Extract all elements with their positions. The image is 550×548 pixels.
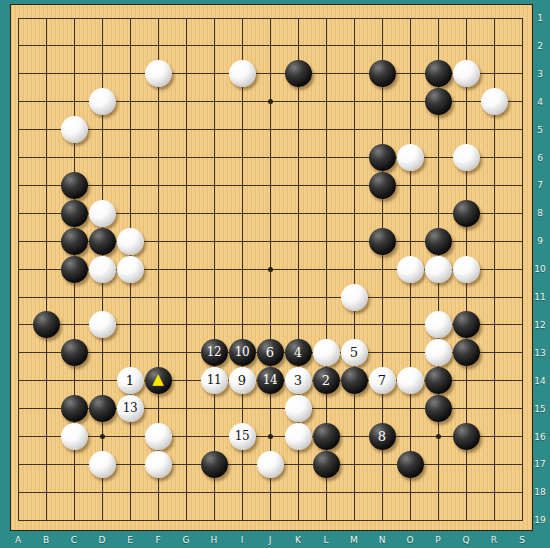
stone-white-P12 [425,311,452,338]
stone-white-O14 [397,367,424,394]
col-label-R: R [491,535,497,545]
stone-black-D15 [89,395,116,422]
move-number: 8 [378,423,386,450]
move-number: 10 [235,339,249,366]
stone-white-J17 [257,451,284,478]
stone-black-K3 [285,60,312,87]
stone-white-M11 [341,284,368,311]
stone-black-Q8 [453,200,480,227]
row-label-9: 9 [537,236,543,246]
row-label-3: 3 [537,69,543,79]
col-label-S: S [519,535,525,545]
col-label-C: C [71,535,77,545]
move-number: 1 [126,367,134,394]
stone-white-K14: 3 [285,367,312,394]
stone-black-M14 [341,367,368,394]
col-label-E: E [127,535,133,545]
hoshi-point [268,267,273,272]
stone-white-E10 [117,256,144,283]
row-label-17: 17 [534,459,545,469]
stone-black-J14: 14 [257,367,284,394]
stone-white-C5 [61,116,88,143]
col-label-O: O [406,535,413,545]
stone-white-L13 [313,339,340,366]
stone-black-P3 [425,60,452,87]
stone-white-K15 [285,395,312,422]
row-label-2: 2 [537,41,543,51]
move-number: 9 [238,367,246,394]
col-label-A: A [15,535,21,545]
move-number: 13 [123,395,137,422]
stone-white-M13: 5 [341,339,368,366]
stone-white-H14: 11 [201,367,228,394]
stone-black-K13: 4 [285,339,312,366]
row-label-13: 13 [534,348,545,358]
stone-white-D4 [89,88,116,115]
row-label-19: 19 [534,515,545,525]
stone-white-I16: 15 [229,423,256,450]
row-label-6: 6 [537,153,543,163]
stone-black-C8 [61,200,88,227]
row-label-12: 12 [534,320,545,330]
col-label-G: G [183,535,190,545]
move-number: 11 [207,367,221,394]
stone-white-P10 [425,256,452,283]
stone-white-F17 [145,451,172,478]
grid-line-horizontal [18,520,523,521]
triangle-marker-icon: ▲ [152,366,164,393]
stone-black-L14: 2 [313,367,340,394]
row-label-16: 16 [534,432,545,442]
stone-black-P15 [425,395,452,422]
stone-black-P9 [425,228,452,255]
stone-white-D12 [89,311,116,338]
stone-white-Q6 [453,144,480,171]
row-label-14: 14 [534,376,545,386]
col-label-D: D [99,535,106,545]
stone-black-N9 [369,228,396,255]
col-label-L: L [323,535,328,545]
row-label-10: 10 [534,264,545,274]
move-number: 5 [350,339,358,366]
stone-white-D8 [89,200,116,227]
stone-white-E9 [117,228,144,255]
stone-black-L16 [313,423,340,450]
move-number: 15 [235,423,249,450]
stone-white-O6 [397,144,424,171]
row-label-1: 1 [537,13,543,23]
col-label-K: K [295,535,301,545]
row-label-7: 7 [537,180,543,190]
col-label-H: H [211,535,218,545]
stone-black-P14 [425,367,452,394]
stone-black-J13: 6 [257,339,284,366]
stone-black-C10 [61,256,88,283]
grid-line-horizontal [18,297,523,298]
move-number: 7 [378,367,386,394]
stone-black-C15 [61,395,88,422]
stone-black-N3 [369,60,396,87]
row-label-5: 5 [537,125,543,135]
stone-white-P13 [425,339,452,366]
grid-line-horizontal [18,492,523,493]
stone-white-R4 [481,88,508,115]
move-number: 4 [294,339,302,366]
hoshi-point [268,99,273,104]
col-label-I: I [241,535,244,545]
col-label-Q: Q [462,535,469,545]
stone-white-Q10 [453,256,480,283]
stone-black-N16: 8 [369,423,396,450]
row-label-11: 11 [534,292,545,302]
stone-white-I14: 9 [229,367,256,394]
stone-white-D10 [89,256,116,283]
stone-white-D17 [89,451,116,478]
stone-black-I13: 10 [229,339,256,366]
stone-black-Q16 [453,423,480,450]
stone-black-N7 [369,172,396,199]
stone-black-Q13 [453,339,480,366]
stone-white-C16 [61,423,88,450]
stone-black-C9 [61,228,88,255]
row-label-4: 4 [537,97,543,107]
stone-black-N6 [369,144,396,171]
stone-white-E14: 1 [117,367,144,394]
stone-black-F14: ▲ [145,367,172,394]
stone-black-C13 [61,339,88,366]
stone-white-K16 [285,423,312,450]
stone-black-L17 [313,451,340,478]
stone-black-C7 [61,172,88,199]
move-number: 14 [263,367,277,394]
col-label-B: B [43,535,49,545]
stone-white-F3 [145,60,172,87]
stone-black-B12 [33,311,60,338]
hoshi-point [100,434,105,439]
grid-line-vertical [522,18,523,521]
move-number: 6 [266,339,274,366]
stone-black-D9 [89,228,116,255]
hoshi-point [268,434,273,439]
col-label-N: N [379,535,386,545]
stone-black-H13: 12 [201,339,228,366]
row-label-15: 15 [534,404,545,414]
stone-black-H17 [201,451,228,478]
stone-black-Q12 [453,311,480,338]
col-label-M: M [350,535,358,545]
goban-viewer: 12106451▲1191432713158ABCDEFGHIJKLMNOPQR… [0,0,550,548]
move-number: 12 [207,339,221,366]
col-label-J: J [269,535,272,545]
stone-white-O10 [397,256,424,283]
stone-white-E15: 13 [117,395,144,422]
stone-white-N14: 7 [369,367,396,394]
stone-white-Q3 [453,60,480,87]
move-number: 3 [294,367,302,394]
stone-white-I3 [229,60,256,87]
stone-black-P4 [425,88,452,115]
hoshi-point [436,434,441,439]
move-number: 2 [322,367,330,394]
row-label-18: 18 [534,487,545,497]
row-label-8: 8 [537,208,543,218]
stone-white-F16 [145,423,172,450]
col-label-F: F [155,535,160,545]
stone-black-O17 [397,451,424,478]
col-label-P: P [435,535,440,545]
grid-line-vertical [354,18,355,521]
